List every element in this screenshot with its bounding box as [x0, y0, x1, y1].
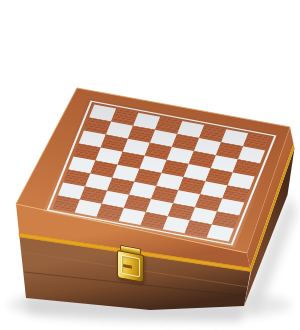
product-photo-stage — [0, 0, 300, 330]
latch-clasp — [117, 244, 144, 283]
latch-flap — [117, 250, 144, 283]
board-square — [207, 224, 234, 241]
